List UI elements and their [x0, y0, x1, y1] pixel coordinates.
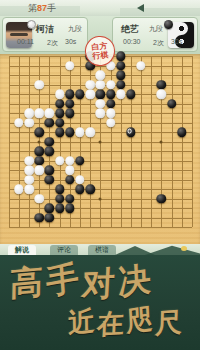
- black-stone: [157, 194, 166, 203]
- black-stone: [65, 175, 74, 184]
- star-point: [99, 140, 102, 143]
- white-stone: [55, 90, 64, 99]
- black-stone: [65, 99, 74, 108]
- calligraphy-char: 决: [117, 257, 151, 307]
- star-point: [38, 140, 41, 143]
- black-stone: [75, 156, 84, 165]
- white-stone: [136, 61, 145, 70]
- top-bar: 第87手: [0, 0, 200, 16]
- white-stone: [14, 118, 23, 127]
- black-stone: [45, 118, 54, 127]
- calligraphy-char: 近: [68, 302, 95, 341]
- grid-line: [9, 227, 192, 228]
- white-stone: [106, 109, 115, 118]
- calligraphy-char: 手: [45, 255, 81, 306]
- calligraphy-char: 尺: [154, 304, 182, 342]
- black-stone: [45, 137, 54, 146]
- white-stone: [96, 80, 105, 89]
- white-stone: [65, 156, 74, 165]
- player-name: 柯洁: [36, 23, 54, 36]
- main-time: 00:11: [17, 38, 34, 45]
- black-stone: [55, 194, 64, 203]
- calligraphy-char: 咫: [125, 300, 154, 340]
- banner-line-2: 近在咫尺: [68, 303, 184, 339]
- black-stone: [45, 204, 54, 213]
- black-stone: [116, 71, 125, 80]
- black-stone: [177, 128, 186, 137]
- promo-banner: 高手对决 近在咫尺: [0, 255, 200, 350]
- white-stone: [24, 156, 33, 165]
- move-number: 87: [37, 3, 47, 13]
- white-stone: [14, 185, 23, 194]
- byoyomi-seconds: 30s: [171, 38, 182, 45]
- white-stone-badge: [27, 20, 36, 29]
- black-stone: [167, 99, 176, 108]
- black-stone: [35, 213, 44, 222]
- player-name: 绝艺: [121, 23, 139, 36]
- player-card-white: 柯洁 九段 00:11 2次 30s: [2, 17, 88, 52]
- banner-line-1: 高手对决: [10, 259, 154, 304]
- white-stone: [24, 166, 33, 175]
- main-time: 00:30: [123, 38, 141, 45]
- grid-line: [131, 56, 132, 227]
- white-stone: [96, 99, 105, 108]
- black-stone: [106, 99, 115, 108]
- grid-line: [9, 208, 192, 209]
- black-stone: [45, 213, 54, 222]
- white-stone: [96, 71, 105, 80]
- black-stone: [55, 204, 64, 213]
- footer-tab-bar: 解说 评论 棋谱: [0, 244, 200, 255]
- white-stone: [24, 118, 33, 127]
- grid-line: [151, 56, 152, 227]
- black-stone: [85, 185, 94, 194]
- black-stone: [35, 156, 44, 165]
- black-stone-badge: [164, 20, 173, 29]
- white-stone: [45, 109, 54, 118]
- black-stone: [75, 185, 84, 194]
- players-panel: 柯洁 九段 00:11 2次 30s 白方 行棋 绝艺 九段 00:30 2次 …: [0, 16, 200, 54]
- grid-line: [141, 56, 142, 227]
- tab-comments[interactable]: 评论: [50, 245, 78, 255]
- grid-line: [172, 56, 173, 227]
- black-stone: [45, 147, 54, 156]
- white-stone: [35, 80, 44, 89]
- calligraphy-char: 高: [10, 259, 44, 307]
- go-app-screen: 第87手 柯洁 九段 00:11 2次 30s 白方 行棋 绝艺 九段: [0, 0, 200, 350]
- black-stone: [116, 80, 125, 89]
- byoyomi-periods: 2次: [47, 38, 58, 48]
- white-stone: [85, 128, 94, 137]
- black-stone: [116, 52, 125, 61]
- white-stone: [85, 80, 94, 89]
- black-stone: [75, 90, 84, 99]
- star-point: [160, 140, 163, 143]
- black-stone: [35, 147, 44, 156]
- tab-game-record[interactable]: 棋谱: [88, 245, 116, 255]
- white-stone: [35, 194, 44, 203]
- calligraphy-char: 在: [96, 305, 125, 343]
- byoyomi-seconds: 30s: [65, 38, 76, 45]
- white-stone: [106, 80, 115, 89]
- mountain-decoration: [145, 244, 200, 255]
- black-stone: [55, 185, 64, 194]
- black-stone: [55, 99, 64, 108]
- black-stone: [65, 90, 74, 99]
- grid-line: [9, 189, 192, 190]
- white-stone: [24, 185, 33, 194]
- player-card-black: 绝艺 九段 00:30 2次 30s: [112, 17, 198, 52]
- sun-decoration: [181, 246, 187, 251]
- black-stone: [116, 61, 125, 70]
- calligraphy-char: 对: [81, 261, 116, 308]
- tab-commentary[interactable]: 解说: [8, 245, 36, 255]
- black-stone: [65, 109, 74, 118]
- white-stone: [35, 166, 44, 175]
- white-stone: [24, 175, 33, 184]
- last-move-marker: [127, 129, 132, 134]
- black-stone: [65, 128, 74, 137]
- white-stone: [106, 118, 115, 127]
- black-stone: [45, 166, 54, 175]
- white-stone: [65, 166, 74, 175]
- white-stone: [96, 109, 105, 118]
- black-stone: [55, 109, 64, 118]
- grid-line: [9, 180, 192, 181]
- black-stone: [65, 194, 74, 203]
- white-stone: [85, 90, 94, 99]
- black-stone: [65, 204, 74, 213]
- move-counter: 第87手: [28, 2, 56, 15]
- black-stone: [96, 90, 105, 99]
- star-point: [99, 197, 102, 200]
- black-stone: [35, 128, 44, 137]
- black-stone: [55, 118, 64, 127]
- white-stone: [35, 109, 44, 118]
- white-stone: [116, 90, 125, 99]
- grid-line: [182, 56, 183, 227]
- back-triangle-icon[interactable]: [137, 4, 144, 12]
- player-rank: 九段: [68, 24, 82, 34]
- black-stone: [126, 90, 135, 99]
- player-rank: 九段: [149, 24, 163, 34]
- grid-line: [192, 56, 193, 227]
- go-board[interactable]: [0, 54, 200, 244]
- white-stone: [75, 128, 84, 137]
- white-stone: [24, 109, 33, 118]
- black-stone: [106, 90, 115, 99]
- black-stone: [45, 175, 54, 184]
- black-stone: [55, 128, 64, 137]
- black-stone: [157, 80, 166, 89]
- byoyomi-periods: 2次: [153, 38, 164, 48]
- white-stone: [157, 90, 166, 99]
- white-stone: [75, 175, 84, 184]
- white-stone: [65, 61, 74, 70]
- white-stone: [55, 156, 64, 165]
